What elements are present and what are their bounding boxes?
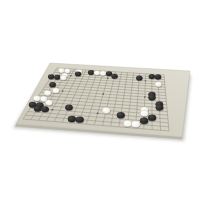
black-stone [75,71,81,76]
star-point [107,78,109,79]
black-stone [149,74,155,79]
black-stone [117,112,125,118]
star-point [62,90,64,91]
white-stone [155,82,162,87]
black-stone [148,114,156,120]
white-stone [140,110,148,116]
black-stone [76,116,84,122]
go-board-svg [0,0,200,200]
star-point [102,93,104,94]
star-point [70,75,72,76]
white-stone [58,68,64,73]
black-stone [148,95,155,101]
black-stone [48,74,54,79]
black-stone [155,74,161,79]
white-stone [33,96,40,102]
white-stone [94,70,100,75]
white-stone [60,75,66,80]
white-stone [100,71,106,76]
black-stone [88,70,94,75]
go-board-photo [0,0,200,200]
black-stone [68,116,76,122]
black-stone [111,74,117,79]
black-stone [65,105,73,111]
white-stone [52,88,59,93]
white-stone [45,100,52,106]
star-point [97,113,99,115]
star-point [51,109,53,111]
black-stone [54,75,60,80]
black-stone [49,82,56,87]
star-point [144,96,146,97]
white-stone [123,120,131,127]
black-stone [106,71,112,76]
black-stone [34,106,42,112]
black-stone [140,118,148,125]
white-stone [102,107,110,113]
white-stone [44,90,51,95]
black-stone [41,106,49,112]
star-point [145,80,147,81]
black-stone [136,75,143,80]
white-stone [131,121,140,128]
black-stone [156,105,164,111]
white-stone [64,68,70,73]
